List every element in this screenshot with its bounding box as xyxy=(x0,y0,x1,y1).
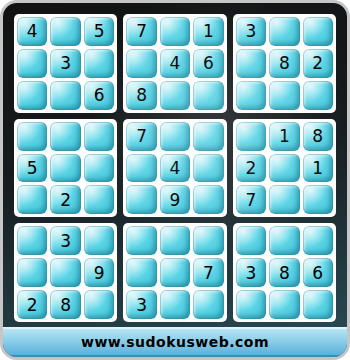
cell-r4c5[interactable] xyxy=(160,122,190,151)
cell-r9c1[interactable]: 2 xyxy=(17,290,47,319)
cell-r2c6[interactable]: 6 xyxy=(193,49,223,78)
cell-r4c3[interactable] xyxy=(84,122,114,151)
cell-r6c6[interactable] xyxy=(193,185,223,214)
cell-r5c4[interactable] xyxy=(126,154,156,183)
cell-r5c2[interactable] xyxy=(50,154,80,183)
cell-r3c6[interactable] xyxy=(193,81,223,110)
cell-r4c6[interactable] xyxy=(193,122,223,151)
cell-r3c7[interactable] xyxy=(236,81,266,110)
cell-r7c4[interactable] xyxy=(126,226,156,255)
cell-r1c4[interactable]: 7 xyxy=(126,17,156,46)
cell-r5c9[interactable]: 1 xyxy=(303,154,333,183)
cell-r3c5[interactable] xyxy=(160,81,190,110)
cell-r5c5[interactable]: 4 xyxy=(160,154,190,183)
sudoku-box-1-3: 382 xyxy=(233,14,336,113)
cell-r2c4[interactable] xyxy=(126,49,156,78)
sudoku-box-3-1: 3928 xyxy=(14,223,117,322)
cell-r2c8[interactable]: 8 xyxy=(269,49,299,78)
cell-r9c7[interactable] xyxy=(236,290,266,319)
sudoku-box-3-3: 386 xyxy=(233,223,336,322)
cell-r8c6[interactable]: 7 xyxy=(193,258,223,287)
cell-r1c5[interactable] xyxy=(160,17,190,46)
cell-r8c7[interactable]: 3 xyxy=(236,258,266,287)
cell-r7c5[interactable] xyxy=(160,226,190,255)
cell-r4c2[interactable] xyxy=(50,122,80,151)
cell-r5c3[interactable] xyxy=(84,154,114,183)
cell-r6c5[interactable]: 9 xyxy=(160,185,190,214)
cell-r1c2[interactable] xyxy=(50,17,80,46)
cell-r3c3[interactable]: 6 xyxy=(84,81,114,110)
cell-r1c6[interactable]: 1 xyxy=(193,17,223,46)
cell-r8c9[interactable]: 6 xyxy=(303,258,333,287)
cell-r8c4[interactable] xyxy=(126,258,156,287)
cell-r9c3[interactable] xyxy=(84,290,114,319)
cell-r7c1[interactable] xyxy=(17,226,47,255)
sudoku-box-2-2: 749 xyxy=(123,119,226,218)
sudoku-widget: 4536714683825274918217392873386 www.sudo… xyxy=(0,0,350,360)
cell-r7c7[interactable] xyxy=(236,226,266,255)
cell-r7c6[interactable] xyxy=(193,226,223,255)
cell-r2c3[interactable] xyxy=(84,49,114,78)
cell-r1c7[interactable]: 3 xyxy=(236,17,266,46)
sudoku-box-1-2: 71468 xyxy=(123,14,226,113)
cell-r4c1[interactable] xyxy=(17,122,47,151)
sudoku-box-2-3: 18217 xyxy=(233,119,336,218)
cell-r6c3[interactable] xyxy=(84,185,114,214)
cell-r8c5[interactable] xyxy=(160,258,190,287)
cell-r2c1[interactable] xyxy=(17,49,47,78)
site-link[interactable]: www.sudokusweb.com xyxy=(81,334,269,350)
cell-r5c6[interactable] xyxy=(193,154,223,183)
cell-r1c9[interactable] xyxy=(303,17,333,46)
cell-r3c9[interactable] xyxy=(303,81,333,110)
cell-r9c9[interactable] xyxy=(303,290,333,319)
cell-r3c1[interactable] xyxy=(17,81,47,110)
sudoku-box-3-2: 73 xyxy=(123,223,226,322)
footer-bar: www.sudokusweb.com xyxy=(3,327,347,357)
cell-r8c8[interactable]: 8 xyxy=(269,258,299,287)
cell-r3c8[interactable] xyxy=(269,81,299,110)
cell-r6c1[interactable] xyxy=(17,185,47,214)
cell-r7c8[interactable] xyxy=(269,226,299,255)
sudoku-board: 4536714683825274918217392873386 xyxy=(14,14,336,322)
cell-r5c1[interactable]: 5 xyxy=(17,154,47,183)
cell-r2c5[interactable]: 4 xyxy=(160,49,190,78)
cell-r3c2[interactable] xyxy=(50,81,80,110)
cell-r1c3[interactable]: 5 xyxy=(84,17,114,46)
cell-r2c7[interactable] xyxy=(236,49,266,78)
cell-r8c3[interactable]: 9 xyxy=(84,258,114,287)
cell-r6c4[interactable] xyxy=(126,185,156,214)
cell-r4c8[interactable]: 1 xyxy=(269,122,299,151)
cell-r5c7[interactable]: 2 xyxy=(236,154,266,183)
cell-r6c9[interactable] xyxy=(303,185,333,214)
cell-r4c7[interactable] xyxy=(236,122,266,151)
sudoku-box-1-1: 4536 xyxy=(14,14,117,113)
cell-r7c3[interactable] xyxy=(84,226,114,255)
sudoku-box-2-1: 52 xyxy=(14,119,117,218)
cell-r5c8[interactable] xyxy=(269,154,299,183)
cell-r3c4[interactable]: 8 xyxy=(126,81,156,110)
cell-r4c9[interactable]: 8 xyxy=(303,122,333,151)
cell-r9c6[interactable] xyxy=(193,290,223,319)
cell-r2c9[interactable]: 2 xyxy=(303,49,333,78)
cell-r6c8[interactable] xyxy=(269,185,299,214)
cell-r9c8[interactable] xyxy=(269,290,299,319)
cell-r4c4[interactable]: 7 xyxy=(126,122,156,151)
cell-r7c9[interactable] xyxy=(303,226,333,255)
cell-r8c2[interactable] xyxy=(50,258,80,287)
cell-r1c1[interactable]: 4 xyxy=(17,17,47,46)
cell-r8c1[interactable] xyxy=(17,258,47,287)
cell-r6c7[interactable]: 7 xyxy=(236,185,266,214)
cell-r9c2[interactable]: 8 xyxy=(50,290,80,319)
board-frame: 4536714683825274918217392873386 xyxy=(3,3,347,327)
cell-r6c2[interactable]: 2 xyxy=(50,185,80,214)
cell-r2c2[interactable]: 3 xyxy=(50,49,80,78)
cell-r9c4[interactable]: 3 xyxy=(126,290,156,319)
cell-r7c2[interactable]: 3 xyxy=(50,226,80,255)
cell-r1c8[interactable] xyxy=(269,17,299,46)
cell-r9c5[interactable] xyxy=(160,290,190,319)
